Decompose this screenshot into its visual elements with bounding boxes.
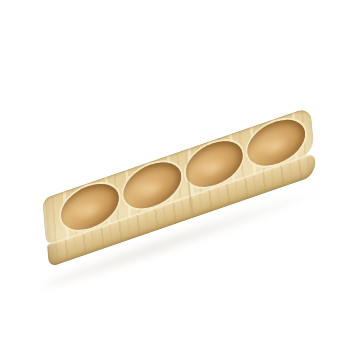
photo-canvas <box>0 0 360 360</box>
board-scene <box>42 107 317 269</box>
